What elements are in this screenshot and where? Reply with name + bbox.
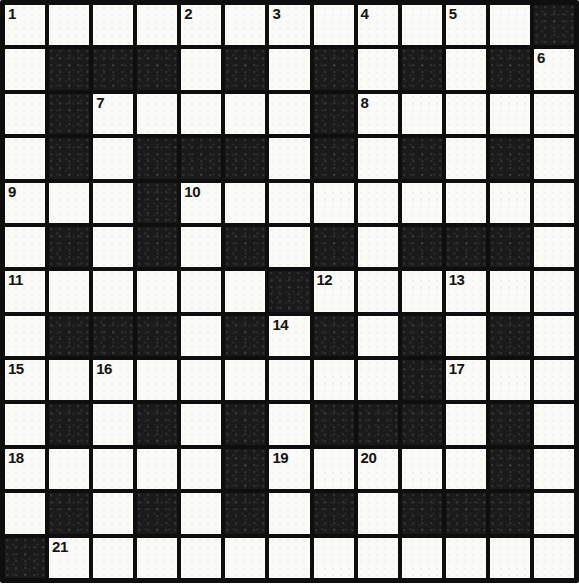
- cell-r5c8[interactable]: [314, 183, 354, 223]
- cell-r12c11: [446, 493, 486, 533]
- cell-r7c12[interactable]: [490, 271, 530, 311]
- cell-r6c3[interactable]: [93, 227, 133, 267]
- cell-r7c7: [269, 271, 309, 311]
- cell-r6c2: [49, 227, 89, 267]
- cell-r3c1[interactable]: [5, 94, 45, 134]
- cell-r8c2: [49, 316, 89, 356]
- cell-r9c3[interactable]: 16: [93, 360, 133, 400]
- cell-r6c12: [490, 227, 530, 267]
- clue-number: 5: [449, 6, 457, 23]
- cell-r13c9[interactable]: [358, 538, 398, 578]
- cell-r1c6[interactable]: [225, 5, 265, 45]
- clue-number: 20: [361, 450, 377, 467]
- cell-r13c5[interactable]: [181, 538, 221, 578]
- cell-r1c7[interactable]: 3: [269, 5, 309, 45]
- clue-number: 19: [272, 450, 288, 467]
- cell-r2c5[interactable]: [181, 49, 221, 89]
- cell-r12c9[interactable]: [358, 493, 398, 533]
- cell-r6c1[interactable]: [5, 227, 45, 267]
- cell-r2c9[interactable]: [358, 49, 398, 89]
- cell-r4c9[interactable]: [358, 138, 398, 178]
- cell-r6c7[interactable]: [269, 227, 309, 267]
- cell-r5c12[interactable]: [490, 183, 530, 223]
- cell-r3c12[interactable]: [490, 94, 530, 134]
- cell-r8c5[interactable]: [181, 316, 221, 356]
- clue-number: 12: [317, 272, 333, 289]
- cell-r3c2: [49, 94, 89, 134]
- cell-r4c8: [314, 138, 354, 178]
- clue-number: 1: [8, 6, 16, 23]
- cell-r5c1[interactable]: 9: [5, 183, 45, 223]
- cell-r5c3[interactable]: [93, 183, 133, 223]
- cell-r10c1[interactable]: [5, 404, 45, 444]
- cell-r13c1: [5, 538, 45, 578]
- cell-r4c5: [181, 138, 221, 178]
- clue-number: 4: [361, 6, 369, 23]
- cell-r7c5[interactable]: [181, 271, 221, 311]
- clue-number: 9: [8, 184, 16, 201]
- cell-r11c4[interactable]: [137, 449, 177, 489]
- cell-r9c5[interactable]: [181, 360, 221, 400]
- cell-r7c1[interactable]: 11: [5, 271, 45, 311]
- cell-r10c4: [137, 404, 177, 444]
- cell-r1c12[interactable]: [490, 5, 530, 45]
- cell-r5c11[interactable]: [446, 183, 486, 223]
- cell-r6c9[interactable]: [358, 227, 398, 267]
- cell-r11c8[interactable]: [314, 449, 354, 489]
- cell-r12c12: [490, 493, 530, 533]
- cell-r3c8: [314, 94, 354, 134]
- cell-r11c10[interactable]: [402, 449, 442, 489]
- cell-r3c4[interactable]: [137, 94, 177, 134]
- cell-r1c8[interactable]: [314, 5, 354, 45]
- cell-r7c6[interactable]: [225, 271, 265, 311]
- cell-r11c2[interactable]: [49, 449, 89, 489]
- cell-r8c1[interactable]: [5, 316, 45, 356]
- cell-r7c2[interactable]: [49, 271, 89, 311]
- cell-r1c13: [534, 5, 574, 45]
- clue-number: 21: [52, 539, 68, 556]
- clue-number: 8: [361, 95, 369, 112]
- cell-r2c4: [137, 49, 177, 89]
- cell-r3c7[interactable]: [269, 94, 309, 134]
- cell-r9c8[interactable]: [314, 360, 354, 400]
- cell-r6c4: [137, 227, 177, 267]
- cell-r1c11[interactable]: 5: [446, 5, 486, 45]
- cell-r7c3[interactable]: [93, 271, 133, 311]
- clue-number: 13: [449, 272, 465, 289]
- cell-r7c10[interactable]: [402, 271, 442, 311]
- cell-r5c13[interactable]: [534, 183, 574, 223]
- cell-r12c5[interactable]: [181, 493, 221, 533]
- cell-r5c6[interactable]: [225, 183, 265, 223]
- cell-r2c1[interactable]: [5, 49, 45, 89]
- cell-r4c13[interactable]: [534, 138, 574, 178]
- cell-r5c4: [137, 183, 177, 223]
- cell-r13c11[interactable]: [446, 538, 486, 578]
- cell-r10c8: [314, 404, 354, 444]
- cell-r6c10: [402, 227, 442, 267]
- clue-number: 2: [184, 6, 192, 23]
- cell-r9c10: [402, 360, 442, 400]
- cell-r10c6: [225, 404, 265, 444]
- cell-r13c2[interactable]: 21: [49, 538, 89, 578]
- clue-number: 16: [96, 361, 112, 378]
- cell-r12c10: [402, 493, 442, 533]
- crossword-board: 123456789101112131415161718192021: [0, 0, 579, 583]
- cell-r11c12: [490, 449, 530, 489]
- cell-r8c12: [490, 316, 530, 356]
- cell-r11c3[interactable]: [93, 449, 133, 489]
- cell-r1c4[interactable]: [137, 5, 177, 45]
- clue-number: 14: [272, 317, 288, 334]
- cell-r13c8[interactable]: [314, 538, 354, 578]
- cell-r1c2[interactable]: [49, 5, 89, 45]
- cell-r4c10: [402, 138, 442, 178]
- cell-r3c10[interactable]: [402, 94, 442, 134]
- cell-r9c13[interactable]: [534, 360, 574, 400]
- cell-r4c1[interactable]: [5, 138, 45, 178]
- cell-r9c12[interactable]: [490, 360, 530, 400]
- cell-r13c6[interactable]: [225, 538, 265, 578]
- cell-r12c13[interactable]: [534, 493, 574, 533]
- cell-r10c12: [490, 404, 530, 444]
- cell-r10c7[interactable]: [269, 404, 309, 444]
- cell-r4c7[interactable]: [269, 138, 309, 178]
- cell-r10c10: [402, 404, 442, 444]
- cell-r8c7[interactable]: 14: [269, 316, 309, 356]
- clue-number: 3: [272, 6, 280, 23]
- cell-r8c8: [314, 316, 354, 356]
- cell-r12c4: [137, 493, 177, 533]
- cell-r3c11[interactable]: [446, 94, 486, 134]
- cell-r5c9[interactable]: [358, 183, 398, 223]
- cell-r9c4[interactable]: [137, 360, 177, 400]
- cell-r3c9[interactable]: 8: [358, 94, 398, 134]
- cell-r10c5[interactable]: [181, 404, 221, 444]
- cell-r3c13[interactable]: [534, 94, 574, 134]
- cell-r2c11[interactable]: [446, 49, 486, 89]
- cell-r4c2: [49, 138, 89, 178]
- cell-r13c7[interactable]: [269, 538, 309, 578]
- cell-r4c11[interactable]: [446, 138, 486, 178]
- cell-r8c4: [137, 316, 177, 356]
- cell-r11c13[interactable]: [534, 449, 574, 489]
- cell-r2c2: [49, 49, 89, 89]
- cell-r2c7[interactable]: [269, 49, 309, 89]
- cell-r10c11[interactable]: [446, 404, 486, 444]
- cell-r13c4[interactable]: [137, 538, 177, 578]
- cell-r4c12: [490, 138, 530, 178]
- cell-r12c1[interactable]: [5, 493, 45, 533]
- clue-number: 6: [537, 50, 545, 67]
- cell-r7c11[interactable]: 13: [446, 271, 486, 311]
- cell-r11c7[interactable]: 19: [269, 449, 309, 489]
- clue-number: 7: [96, 95, 104, 112]
- cell-r10c9: [358, 404, 398, 444]
- cell-r2c12: [490, 49, 530, 89]
- cell-r7c13[interactable]: [534, 271, 574, 311]
- cell-r10c3[interactable]: [93, 404, 133, 444]
- cell-r4c3[interactable]: [93, 138, 133, 178]
- cell-r8c9[interactable]: [358, 316, 398, 356]
- cell-r9c9[interactable]: [358, 360, 398, 400]
- cell-r12c7[interactable]: [269, 493, 309, 533]
- cell-r6c11: [446, 227, 486, 267]
- cell-r13c10[interactable]: [402, 538, 442, 578]
- cell-r4c4: [137, 138, 177, 178]
- cell-r13c13[interactable]: [534, 538, 574, 578]
- clue-number: 15: [8, 361, 24, 378]
- cell-r1c3[interactable]: [93, 5, 133, 45]
- cell-r12c8: [314, 493, 354, 533]
- cell-r5c10[interactable]: [402, 183, 442, 223]
- cell-r11c5[interactable]: [181, 449, 221, 489]
- cell-r9c1[interactable]: 15: [5, 360, 45, 400]
- cell-r8c6: [225, 316, 265, 356]
- cell-r3c3[interactable]: 7: [93, 94, 133, 134]
- cell-r7c4[interactable]: [137, 271, 177, 311]
- cell-r6c13[interactable]: [534, 227, 574, 267]
- cell-r2c8: [314, 49, 354, 89]
- cell-r8c13[interactable]: [534, 316, 574, 356]
- cell-r8c11[interactable]: [446, 316, 486, 356]
- cell-r13c3[interactable]: [93, 538, 133, 578]
- cell-r3c5[interactable]: [181, 94, 221, 134]
- cell-r1c10[interactable]: [402, 5, 442, 45]
- cell-r7c9[interactable]: [358, 271, 398, 311]
- cell-r12c3[interactable]: [93, 493, 133, 533]
- cell-r5c7[interactable]: [269, 183, 309, 223]
- cell-r5c5[interactable]: 10: [181, 183, 221, 223]
- cell-r10c2: [49, 404, 89, 444]
- cell-r7c8[interactable]: 12: [314, 271, 354, 311]
- cell-r3c6[interactable]: [225, 94, 265, 134]
- cell-r2c10: [402, 49, 442, 89]
- cell-r6c6: [225, 227, 265, 267]
- clue-number: 10: [184, 184, 200, 201]
- cell-r11c11[interactable]: [446, 449, 486, 489]
- clue-number: 17: [449, 361, 465, 378]
- cell-r1c5[interactable]: 2: [181, 5, 221, 45]
- cell-r5c2[interactable]: [49, 183, 89, 223]
- cell-r1c9[interactable]: 4: [358, 5, 398, 45]
- cell-r10c13[interactable]: [534, 404, 574, 444]
- cell-r1c1[interactable]: 1: [5, 5, 45, 45]
- cell-r6c5[interactable]: [181, 227, 221, 267]
- cell-r12c2: [49, 493, 89, 533]
- cell-r8c3: [93, 316, 133, 356]
- cell-r9c11[interactable]: 17: [446, 360, 486, 400]
- cell-r8c10: [402, 316, 442, 356]
- cell-r2c3: [93, 49, 133, 89]
- cell-r12c6: [225, 493, 265, 533]
- cell-r4c6: [225, 138, 265, 178]
- cell-r13c12[interactable]: [490, 538, 530, 578]
- cell-r9c7[interactable]: [269, 360, 309, 400]
- cell-r9c2[interactable]: [49, 360, 89, 400]
- clue-number: 11: [8, 272, 23, 289]
- cell-r11c1[interactable]: 18: [5, 449, 45, 489]
- cell-r6c8: [314, 227, 354, 267]
- cell-r11c6: [225, 449, 265, 489]
- clue-number: 18: [8, 450, 24, 467]
- cell-r9c6[interactable]: [225, 360, 265, 400]
- cell-r2c6: [225, 49, 265, 89]
- cell-r2c13[interactable]: 6: [534, 49, 574, 89]
- cell-r11c9[interactable]: 20: [358, 449, 398, 489]
